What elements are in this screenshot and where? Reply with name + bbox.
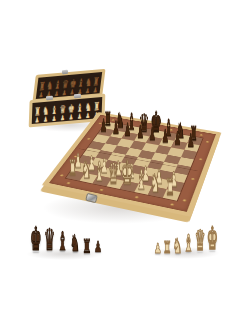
piece-dark-pawn-e7: ♟: [147, 126, 158, 144]
display-light-knight: ♞: [173, 235, 182, 255]
display-light-pawn: ♟: [154, 241, 162, 255]
brass-screw-dot: [135, 196, 139, 199]
brass-screw-dot: [198, 158, 202, 160]
light-pieces-display-row: ♟♜♞♝♛♚: [154, 221, 218, 255]
piece-dark-pawn-b7: ♟: [110, 119, 121, 137]
stored-dark-pawn: ♟: [54, 90, 59, 97]
display-light-queen: ♛: [195, 227, 206, 255]
stored-light-pawn: ♟: [69, 113, 74, 120]
display-dark-king: ♚: [30, 223, 42, 256]
piece-dark-pawn-a7: ♟: [98, 117, 109, 135]
square-h6: [181, 150, 197, 160]
brass-screw-dot: [182, 199, 186, 202]
piece-dark-pawn-f7: ♟: [159, 128, 170, 146]
stored-light-pawn: ♟: [35, 116, 40, 123]
box-clasp-icon: [62, 70, 68, 75]
box-hinge-icon: [74, 94, 81, 99]
piece-light-rook-h1: ♜: [163, 176, 176, 199]
piece-dark-pawn-g7: ♟: [172, 130, 183, 149]
brass-screw-dot: [200, 134, 203, 136]
piece-light-bishop-f1: ♝: [135, 166, 148, 193]
brass-screw-dot: [205, 141, 208, 143]
brass-screw-dot: [66, 182, 70, 184]
stored-light-pawn: ♟: [52, 115, 57, 122]
brass-screw-dot: [59, 174, 63, 176]
display-dark-knight: ♞: [70, 232, 80, 255]
product-photo: ♜♞♝♛♚♝♞♜ ♟♟♟♟♟♟♟♟ ♜♞♝♛♚♝♞♜ ♟♟♟♟♟♟♟♟ ♜♞♝♛…: [0, 0, 240, 329]
piece-dark-pawn-c7: ♟: [122, 121, 133, 139]
piece-light-knight-b1: ♞: [80, 158, 92, 182]
brass-screw-dot: [87, 138, 91, 140]
brass-screw-dot: [170, 203, 174, 206]
piece-light-bishop-c1: ♝: [93, 158, 105, 185]
piece-dark-pawn-d7: ♟: [134, 124, 145, 142]
brass-screw-dot: [190, 178, 194, 180]
box-hinge-icon: [46, 96, 53, 101]
display-dark-rook: ♜: [82, 236, 91, 255]
display-light-king: ♚: [207, 224, 218, 255]
brass-screw-dot: [99, 188, 103, 191]
stored-dark-pawn: ♟: [38, 91, 43, 98]
dark-pieces-display-row: ♚♛♝♞♜♟: [30, 219, 102, 255]
stored-light-pawn: ♟: [86, 112, 91, 119]
piece-light-knight-g1: ♞: [149, 171, 162, 196]
display-dark-pawn: ♟: [94, 240, 102, 255]
stored-dark-pawn: ♟: [85, 87, 90, 94]
stored-light-pawn: ♟: [43, 116, 48, 123]
display-light-bishop: ♝: [184, 232, 194, 255]
stored-dark-pawn: ♟: [92, 86, 97, 93]
display-light-rook: ♜: [163, 239, 172, 255]
display-dark-bishop: ♝: [57, 230, 67, 255]
piece-light-king-e1: ♚: [121, 157, 134, 190]
board-grid: ♜♞♝♛♚♝♞♜♟♟♟♟♟♟♟♟♟♟♟♟♟♟♟♟♜♞♝♛♚♝♞♜: [65, 121, 204, 201]
piece-dark-pawn-h7: ♟: [185, 132, 196, 151]
stored-dark-pawn: ♟: [62, 89, 67, 96]
stored-light-pawn: ♟: [77, 113, 82, 120]
stored-light-pawn: ♟: [60, 114, 65, 121]
piece-light-queen-d1: ♛: [107, 159, 119, 188]
piece-light-rook-a1: ♜: [66, 157, 78, 179]
display-dark-queen: ♛: [44, 225, 55, 255]
